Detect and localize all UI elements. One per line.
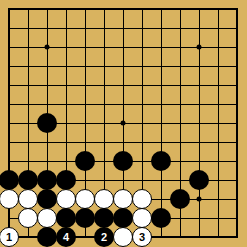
intersection [228, 95, 247, 114]
white-stone [75, 189, 95, 209]
intersection [95, 114, 114, 133]
intersection [76, 0, 95, 19]
intersection [57, 19, 76, 38]
intersection [228, 171, 247, 190]
intersection [114, 95, 133, 114]
black-stone [56, 208, 76, 228]
intersection [57, 0, 76, 19]
intersection [190, 76, 209, 95]
intersection [171, 95, 190, 114]
intersection [228, 228, 247, 247]
intersection [209, 57, 228, 76]
intersection [38, 152, 57, 171]
intersection [152, 171, 171, 190]
intersection [95, 19, 114, 38]
white-stone: 3 [132, 227, 152, 247]
intersection [19, 171, 38, 190]
intersection [114, 0, 133, 19]
intersection [152, 76, 171, 95]
intersection [190, 133, 209, 152]
intersection [0, 152, 19, 171]
intersection [152, 152, 171, 171]
black-stone: 4 [56, 227, 76, 247]
intersection [95, 133, 114, 152]
star-point [197, 197, 202, 202]
intersection [95, 38, 114, 57]
intersection [76, 228, 95, 247]
intersection [19, 76, 38, 95]
intersection [209, 209, 228, 228]
intersection [209, 38, 228, 57]
intersection [228, 190, 247, 209]
intersection [171, 114, 190, 133]
black-stone [151, 208, 171, 228]
intersection [114, 57, 133, 76]
intersection [209, 190, 228, 209]
intersection [19, 228, 38, 247]
intersection [133, 76, 152, 95]
intersection [95, 57, 114, 76]
black-stone [94, 208, 114, 228]
intersection [114, 228, 133, 247]
intersection [0, 95, 19, 114]
intersection [133, 95, 152, 114]
move-number-label: 4 [63, 232, 69, 243]
intersection [38, 19, 57, 38]
white-stone [56, 189, 76, 209]
intersection [171, 209, 190, 228]
intersection [133, 209, 152, 228]
white-stone [94, 189, 114, 209]
intersection [209, 152, 228, 171]
go-board-diagram: 1423 [0, 0, 247, 247]
black-stone [113, 208, 133, 228]
intersection [133, 57, 152, 76]
black-stone [37, 227, 57, 247]
intersection [190, 171, 209, 190]
intersection [228, 19, 247, 38]
white-stone [132, 208, 152, 228]
intersection [171, 171, 190, 190]
intersection [171, 38, 190, 57]
intersection [209, 133, 228, 152]
intersection [57, 95, 76, 114]
intersection [114, 133, 133, 152]
intersection [38, 57, 57, 76]
move-number-label: 1 [6, 232, 12, 243]
intersection [0, 133, 19, 152]
black-stone [37, 170, 57, 190]
intersection [0, 171, 19, 190]
intersection [228, 209, 247, 228]
intersection [228, 152, 247, 171]
intersection: 3 [133, 228, 152, 247]
intersection [171, 228, 190, 247]
intersection [76, 133, 95, 152]
intersection [19, 0, 38, 19]
intersection [19, 38, 38, 57]
intersection [19, 152, 38, 171]
intersection [228, 133, 247, 152]
intersection [19, 57, 38, 76]
white-stone [132, 189, 152, 209]
move-number-label: 3 [139, 232, 145, 243]
black-stone [113, 151, 133, 171]
white-stone [0, 189, 19, 209]
intersection [133, 19, 152, 38]
intersection [57, 114, 76, 133]
intersection [95, 152, 114, 171]
star-point [121, 121, 126, 126]
intersection [209, 76, 228, 95]
intersection [114, 76, 133, 95]
white-stone [18, 189, 38, 209]
black-stone [37, 189, 57, 209]
black-stone [56, 170, 76, 190]
intersection [152, 19, 171, 38]
intersection [114, 152, 133, 171]
star-point [45, 45, 50, 50]
intersection [228, 114, 247, 133]
intersection [76, 209, 95, 228]
intersection [152, 209, 171, 228]
intersection [133, 0, 152, 19]
white-stone: 1 [0, 227, 19, 247]
intersection [76, 95, 95, 114]
intersection [228, 57, 247, 76]
intersection [38, 0, 57, 19]
intersection [57, 171, 76, 190]
intersection [209, 0, 228, 19]
intersection [190, 0, 209, 19]
intersection [0, 76, 19, 95]
intersection [38, 228, 57, 247]
intersection [171, 19, 190, 38]
intersection [171, 0, 190, 19]
intersection [76, 114, 95, 133]
intersection: 4 [57, 228, 76, 247]
intersection [190, 114, 209, 133]
intersection [19, 95, 38, 114]
black-stone [189, 170, 209, 190]
intersection [190, 95, 209, 114]
intersection [190, 57, 209, 76]
intersection [0, 0, 19, 19]
intersection [19, 209, 38, 228]
intersection [209, 95, 228, 114]
intersection [76, 38, 95, 57]
intersection [95, 190, 114, 209]
intersection [0, 114, 19, 133]
intersection [114, 209, 133, 228]
intersection [0, 190, 19, 209]
black-stone [75, 208, 95, 228]
intersection [133, 114, 152, 133]
intersection [19, 114, 38, 133]
intersection [152, 133, 171, 152]
intersection [133, 38, 152, 57]
black-stone [75, 151, 95, 171]
intersection [38, 209, 57, 228]
intersection [171, 190, 190, 209]
intersection [38, 171, 57, 190]
intersection [190, 152, 209, 171]
intersection [209, 171, 228, 190]
white-stone [37, 208, 57, 228]
intersection [171, 133, 190, 152]
intersection [152, 57, 171, 76]
intersection [0, 57, 19, 76]
intersection [171, 152, 190, 171]
intersection [171, 57, 190, 76]
intersection [57, 76, 76, 95]
intersection [76, 57, 95, 76]
intersection [133, 171, 152, 190]
intersection [152, 95, 171, 114]
intersection [57, 209, 76, 228]
intersection [95, 95, 114, 114]
intersection [114, 190, 133, 209]
black-stone [170, 189, 190, 209]
intersection [38, 76, 57, 95]
intersection [0, 209, 19, 228]
intersection [209, 114, 228, 133]
intersection [228, 38, 247, 57]
black-stone [18, 170, 38, 190]
intersection [152, 114, 171, 133]
white-stone [113, 189, 133, 209]
intersection [209, 19, 228, 38]
intersection [190, 228, 209, 247]
intersection [57, 38, 76, 57]
intersection [76, 19, 95, 38]
intersection [228, 76, 247, 95]
intersection [95, 171, 114, 190]
intersection [228, 0, 247, 19]
black-stone [0, 170, 19, 190]
black-stone: 2 [94, 227, 114, 247]
intersection: 1 [0, 228, 19, 247]
intersection [95, 209, 114, 228]
intersection [0, 19, 19, 38]
intersection [57, 152, 76, 171]
intersection [152, 38, 171, 57]
intersection [0, 38, 19, 57]
intersection [57, 133, 76, 152]
intersection [152, 190, 171, 209]
intersection [209, 228, 228, 247]
intersection [19, 19, 38, 38]
intersection [114, 19, 133, 38]
intersection [57, 57, 76, 76]
black-stone [37, 113, 57, 133]
intersection [95, 76, 114, 95]
star-point [197, 45, 202, 50]
intersection [133, 190, 152, 209]
intersection [76, 76, 95, 95]
intersection [38, 133, 57, 152]
intersection [95, 0, 114, 19]
intersection [76, 171, 95, 190]
intersection [38, 114, 57, 133]
intersection: 2 [95, 228, 114, 247]
intersection [133, 152, 152, 171]
intersection [114, 38, 133, 57]
intersection [57, 190, 76, 209]
white-stone [18, 208, 38, 228]
intersection [76, 152, 95, 171]
intersection [19, 133, 38, 152]
black-stone [151, 151, 171, 171]
intersection [152, 0, 171, 19]
intersection [114, 171, 133, 190]
intersection [76, 190, 95, 209]
intersection [190, 19, 209, 38]
intersection [38, 95, 57, 114]
white-stone [113, 227, 133, 247]
intersection [152, 228, 171, 247]
move-number-label: 2 [101, 232, 107, 243]
intersection [133, 133, 152, 152]
intersection [171, 76, 190, 95]
intersection [38, 190, 57, 209]
intersection [190, 209, 209, 228]
intersection [19, 190, 38, 209]
